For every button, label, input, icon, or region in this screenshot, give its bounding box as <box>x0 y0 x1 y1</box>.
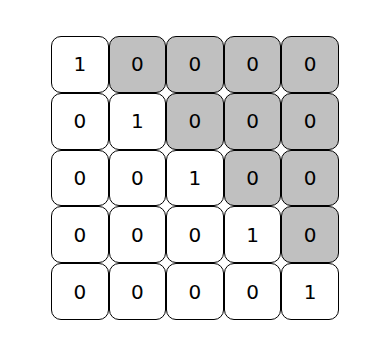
grid-cell-r5c2: 0 <box>109 263 167 320</box>
grid-cell-r4c3: 0 <box>166 206 224 263</box>
grid-cell-r4c1: 0 <box>51 206 109 263</box>
grid-cell-r1c5: 0 <box>281 36 339 93</box>
grid-cell-r5c4: 0 <box>224 263 282 320</box>
matrix-grid: 1000001000001000001000001 <box>51 36 339 320</box>
grid-cell-r4c4: 1 <box>224 206 282 263</box>
grid-cell-r4c5: 0 <box>281 206 339 263</box>
grid-cell-r2c1: 0 <box>51 93 109 150</box>
grid-cell-r5c5: 1 <box>281 263 339 320</box>
grid-cell-r3c5: 0 <box>281 150 339 207</box>
grid-cell-r3c3: 1 <box>166 150 224 207</box>
grid-cell-r1c4: 0 <box>224 36 282 93</box>
grid-cell-r5c3: 0 <box>166 263 224 320</box>
grid-cell-r3c4: 0 <box>224 150 282 207</box>
matrix-figure: 1000001000001000001000001 <box>0 0 384 355</box>
grid-cell-r1c3: 0 <box>166 36 224 93</box>
grid-cell-r5c1: 0 <box>51 263 109 320</box>
grid-cell-r4c2: 0 <box>109 206 167 263</box>
grid-cell-r3c2: 0 <box>109 150 167 207</box>
grid-cell-r2c3: 0 <box>166 93 224 150</box>
grid-cell-r3c1: 0 <box>51 150 109 207</box>
grid-cell-r1c1: 1 <box>51 36 109 93</box>
grid-cell-r1c2: 0 <box>109 36 167 93</box>
grid-cell-r2c2: 1 <box>109 93 167 150</box>
grid-cell-r2c5: 0 <box>281 93 339 150</box>
grid-cell-r2c4: 0 <box>224 93 282 150</box>
